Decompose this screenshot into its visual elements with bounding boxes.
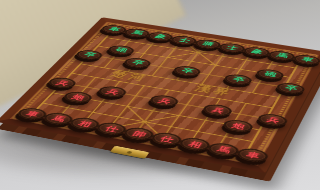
piece-character: 將 <box>201 41 215 47</box>
piece-character: 兵 <box>266 116 281 124</box>
piece-character: 兵 <box>157 97 172 104</box>
piece-character: 砲 <box>264 71 278 78</box>
photo-scene: 楚河 漢界 車馬象士將士象馬車砲砲卒卒卒卒卒兵兵兵兵兵炮炮車馬相仕帥仕相馬車 <box>0 0 320 190</box>
red-cannon-piece[interactable]: 炮 <box>221 118 256 134</box>
piece-character: 炮 <box>70 94 86 101</box>
piece-character: 車 <box>108 27 122 33</box>
piece-character: 卒 <box>231 76 245 83</box>
piece-character: 砲 <box>115 47 129 53</box>
piece-character: 車 <box>301 57 314 63</box>
piece-character: 卒 <box>82 52 96 58</box>
piece-character: 象 <box>250 49 264 55</box>
piece-character: 卒 <box>284 85 298 92</box>
piece-character: 馬 <box>50 115 66 123</box>
piece-character: 士 <box>177 37 191 43</box>
green-soldier-piece[interactable]: 卒 <box>122 57 154 70</box>
piece-character: 卒 <box>180 68 194 75</box>
piece-character: 相 <box>77 120 93 128</box>
green-chariot-piece[interactable]: 車 <box>292 54 320 66</box>
green-cannon-piece[interactable]: 砲 <box>255 68 286 81</box>
piece-character: 車 <box>24 110 40 118</box>
piece-character: 馬 <box>216 145 232 154</box>
piece-character: 帥 <box>131 130 147 138</box>
piece-character: 馬 <box>131 30 145 36</box>
green-soldier-piece[interactable]: 卒 <box>171 65 203 78</box>
piece-character: 兵 <box>105 88 120 95</box>
red-soldier-piece[interactable]: 兵 <box>201 103 235 118</box>
piece-character: 象 <box>154 34 168 40</box>
piece-character: 士 <box>226 45 240 51</box>
green-soldier-piece[interactable]: 卒 <box>74 49 106 61</box>
piece-character: 馬 <box>275 53 288 59</box>
green-cannon-piece[interactable]: 砲 <box>106 44 137 56</box>
piece-character: 兵 <box>55 79 70 86</box>
piece-character: 仕 <box>104 125 120 133</box>
brass-latch-pin <box>127 151 133 154</box>
red-cannon-piece[interactable]: 炮 <box>61 90 95 104</box>
piece-character: 相 <box>187 140 203 148</box>
green-soldier-piece[interactable]: 卒 <box>222 73 254 86</box>
piece-character: 兵 <box>210 106 225 114</box>
piece-character: 炮 <box>231 122 246 130</box>
piece-character: 仕 <box>159 135 175 143</box>
piece-character: 車 <box>245 151 261 160</box>
piece-character: 卒 <box>131 60 145 66</box>
red-soldier-piece[interactable]: 兵 <box>96 85 130 99</box>
red-soldier-piece[interactable]: 兵 <box>148 94 182 108</box>
